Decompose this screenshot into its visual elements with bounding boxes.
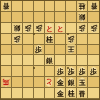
gote-pawn[interactable]: 歩 <box>23 23 33 33</box>
piece-kanji: 銀 <box>68 78 75 88</box>
piece-kanji: 歩 <box>13 33 20 43</box>
gote-pawn[interactable]: 歩 <box>12 34 22 44</box>
board-cell-9b[interactable] <box>1 12 12 23</box>
board-cell-5c[interactable]: と <box>45 23 56 34</box>
board-cell-6g[interactable] <box>34 66 45 77</box>
piece-kanji: 歩 <box>90 22 97 32</box>
board-cell-8f[interactable] <box>12 55 23 66</box>
board-cell-6b[interactable] <box>34 12 45 23</box>
piece-kanji: 銀 <box>46 56 53 66</box>
gote-knight[interactable]: 桂 <box>77 1 87 11</box>
board-cell-3e[interactable]: 王 <box>66 45 77 56</box>
board-cell-5b[interactable] <box>45 12 56 23</box>
piece-kanji: 歩 <box>90 67 97 77</box>
board-cell-8i[interactable] <box>12 88 23 99</box>
board-cell-3c[interactable] <box>66 23 77 34</box>
piece-kanji: 歩 <box>79 22 86 32</box>
board-cell-2e[interactable] <box>77 45 88 56</box>
board-cell-5a[interactable] <box>45 1 56 12</box>
board-cell-1e[interactable] <box>88 45 99 56</box>
board-cell-8c[interactable]: 銀 <box>12 23 23 34</box>
board-cell-2a[interactable]: 桂 <box>77 1 88 12</box>
star-point <box>67 67 69 69</box>
board-cell-1a[interactable]: 香 <box>88 1 99 12</box>
board-cell-1h[interactable] <box>88 77 99 88</box>
board-cell-6i[interactable] <box>34 88 45 99</box>
piece-kanji: 王 <box>68 44 75 54</box>
board-cell-6a[interactable] <box>34 1 45 12</box>
sente-king[interactable]: 玉 <box>77 77 87 87</box>
sente-gold[interactable]: 金 <box>55 88 65 98</box>
board-cell-5i[interactable] <box>45 88 56 99</box>
board-cell-9g[interactable] <box>1 66 12 77</box>
sente-knight[interactable]: 桂 <box>44 34 54 44</box>
sente-promoted-pawn[interactable]: と <box>44 23 54 33</box>
board-cell-9i[interactable] <box>1 88 12 99</box>
board-cell-4e[interactable] <box>55 45 66 56</box>
piece-kanji: 歩 <box>68 33 75 43</box>
sente-pawn[interactable]: 歩 <box>89 66 99 76</box>
board-cell-2c[interactable]: 歩 <box>77 23 88 34</box>
piece-kanji: と <box>46 77 53 87</box>
board-cell-7g[interactable] <box>23 66 34 77</box>
piece-kanji: 桂 <box>79 0 86 10</box>
board-cell-5f[interactable]: 銀 <box>45 55 56 66</box>
board-cell-3b[interactable] <box>66 12 77 23</box>
sente-gold[interactable]: 金 <box>55 77 65 87</box>
board-cell-5g[interactable] <box>45 66 56 77</box>
board-cell-9a[interactable]: 香 <box>1 1 12 12</box>
board-cell-5e[interactable] <box>45 45 56 56</box>
piece-kanji: 歩 <box>35 22 42 32</box>
board-cell-4f[interactable] <box>55 55 66 66</box>
board-cell-1i[interactable] <box>88 88 99 99</box>
piece-kanji: 歩 <box>68 67 75 77</box>
gote-lance[interactable]: 香 <box>89 1 99 11</box>
gote-promoted-bishop-horse[interactable]: 馬 <box>1 77 11 87</box>
piece-kanji: 香 <box>90 0 97 10</box>
piece-kanji: 香 <box>2 0 9 10</box>
piece-kanji: 桂 <box>46 34 53 44</box>
board-cell-7i[interactable] <box>23 88 34 99</box>
piece-kanji: と <box>46 23 53 33</box>
board-cell-8h[interactable] <box>12 77 23 88</box>
board-cell-5h[interactable]: と <box>45 77 56 88</box>
board-cell-6e[interactable]: 歩 <box>34 45 45 56</box>
board-cell-3d[interactable]: 歩 <box>66 34 77 45</box>
board-cell-4a[interactable] <box>55 1 66 12</box>
board-cell-8d[interactable]: 歩 <box>12 34 23 45</box>
board-cell-7b[interactable] <box>23 12 34 23</box>
piece-kanji: 銀 <box>13 22 20 32</box>
piece-kanji: 歩 <box>57 67 64 77</box>
piece-kanji: 歩 <box>35 45 42 55</box>
piece-kanji: 歩 <box>79 67 86 77</box>
gote-promoted-pawn[interactable]: と <box>44 77 54 87</box>
gote-silver[interactable]: 銀 <box>12 23 22 33</box>
sente-promoted-pawn[interactable]: と <box>55 23 65 33</box>
piece-kanji: 銀 <box>79 11 86 21</box>
sente-knight[interactable]: 桂 <box>66 88 76 98</box>
board-cell-7a[interactable] <box>23 1 34 12</box>
shogi-board: 香桂香銀銀歩歩とと歩歩歩桂歩歩王銀歩歩歩歩馬と金銀玉金桂香 <box>0 0 100 100</box>
gote-lance[interactable]: 香 <box>1 1 11 11</box>
piece-kanji: 桂 <box>68 89 75 99</box>
board-cell-8e[interactable] <box>12 45 23 56</box>
piece-kanji: 香 <box>79 89 86 99</box>
board-cell-4h[interactable]: 金 <box>55 77 66 88</box>
gote-pawn[interactable]: 歩 <box>34 23 44 33</box>
board-cell-7c[interactable]: 歩 <box>23 23 34 34</box>
gote-pawn[interactable]: 歩 <box>89 23 99 33</box>
board-cell-7f[interactable] <box>23 55 34 66</box>
board-cell-2g[interactable]: 歩 <box>77 66 88 77</box>
board-cell-3i[interactable]: 桂 <box>66 88 77 99</box>
board-cell-7h[interactable] <box>23 77 34 88</box>
gote-king[interactable]: 王 <box>66 44 76 54</box>
board-cell-1b[interactable] <box>88 12 99 23</box>
board-cell-1f[interactable] <box>88 55 99 66</box>
board-cell-4b[interactable] <box>55 12 66 23</box>
piece-kanji: 金 <box>57 78 64 88</box>
piece-kanji: 歩 <box>24 22 31 32</box>
board-cell-6h[interactable] <box>34 77 45 88</box>
gote-pawn[interactable]: 歩 <box>77 23 87 33</box>
board-cell-9c[interactable] <box>1 23 12 34</box>
board-cell-2i[interactable]: 香 <box>77 88 88 99</box>
board-cell-4d[interactable] <box>55 34 66 45</box>
gote-pawn[interactable]: 歩 <box>66 34 76 44</box>
board-cell-4g[interactable]: 歩 <box>55 66 66 77</box>
board-cell-3h[interactable]: 銀 <box>66 77 77 88</box>
board-cell-8b[interactable] <box>12 12 23 23</box>
piece-kanji: 金 <box>57 89 64 99</box>
gote-silver[interactable]: 銀 <box>77 12 87 22</box>
board-cell-2b[interactable]: 銀 <box>77 12 88 23</box>
board-cell-8g[interactable] <box>12 66 23 77</box>
board-cell-1d[interactable] <box>88 34 99 45</box>
board-cell-2f[interactable] <box>77 55 88 66</box>
board-cell-8a[interactable] <box>12 1 23 12</box>
piece-kanji: と <box>57 23 64 33</box>
sente-lance[interactable]: 香 <box>77 88 87 98</box>
sente-silver[interactable]: 銀 <box>66 77 76 87</box>
board-cell-6c[interactable]: 歩 <box>34 23 45 34</box>
board-cell-7e[interactable] <box>23 45 34 56</box>
board-cell-6d[interactable] <box>34 34 45 45</box>
sente-pawn[interactable]: 歩 <box>77 66 87 76</box>
board-cell-9h[interactable]: 馬 <box>1 77 12 88</box>
sente-silver[interactable]: 銀 <box>44 55 54 65</box>
piece-kanji: 玉 <box>79 78 86 88</box>
board-cell-1c[interactable]: 歩 <box>88 23 99 34</box>
piece-kanji: 馬 <box>2 77 9 87</box>
sente-pawn[interactable]: 歩 <box>34 44 44 54</box>
board-cell-6f[interactable] <box>34 55 45 66</box>
sente-pawn[interactable]: 歩 <box>55 66 65 76</box>
board-cell-3a[interactable] <box>66 1 77 12</box>
board-cell-2h[interactable]: 玉 <box>77 77 88 88</box>
board-cell-1g[interactable]: 歩 <box>88 66 99 77</box>
board-cell-7d[interactable] <box>23 34 34 45</box>
board-cell-5d[interactable]: 桂 <box>45 34 56 45</box>
board-cell-9d[interactable] <box>1 34 12 45</box>
board-cell-4i[interactable]: 金 <box>55 88 66 99</box>
board-cell-3f[interactable] <box>66 55 77 66</box>
board-cell-9e[interactable] <box>1 45 12 56</box>
board-cell-2d[interactable] <box>77 34 88 45</box>
board-cell-9f[interactable] <box>1 55 12 66</box>
board-cell-4c[interactable]: と <box>55 23 66 34</box>
